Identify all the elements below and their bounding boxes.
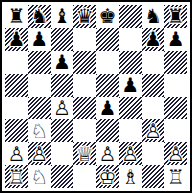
square-d8[interactable]: ♛	[73, 5, 96, 28]
square-b3[interactable]: ♞♘	[28, 119, 51, 142]
piece-black-pawn-h7: ♟	[164, 28, 187, 51]
piece-black-knight-g8: ♞	[142, 5, 165, 28]
piece-black-queen-d8: ♛	[73, 5, 96, 28]
piece-white-pawn-e2: ♙	[96, 142, 119, 165]
square-h5[interactable]	[164, 74, 187, 97]
piece-white-pawn-h2: ♙	[164, 142, 187, 165]
square-b8[interactable]: ♞	[28, 5, 51, 28]
square-f5[interactable]: ♟	[119, 74, 142, 97]
square-b6[interactable]	[28, 51, 51, 74]
square-d3[interactable]	[73, 119, 96, 142]
square-f7[interactable]	[119, 28, 142, 51]
square-d5[interactable]	[73, 74, 96, 97]
piece-black-rook-h8: ♜	[164, 5, 187, 28]
square-c2[interactable]	[51, 142, 74, 165]
square-d4[interactable]	[73, 97, 96, 120]
square-a3[interactable]	[5, 119, 28, 142]
square-h7[interactable]: ♟	[164, 28, 187, 51]
square-e4[interactable]: ♟	[96, 97, 119, 120]
square-c1[interactable]	[51, 165, 74, 188]
piece-white-rook-h1: ♖	[164, 165, 187, 188]
square-e8[interactable]: ♚	[96, 5, 119, 28]
square-d7[interactable]	[73, 28, 96, 51]
piece-black-pawn-f5: ♟	[119, 74, 142, 97]
square-f6[interactable]	[119, 51, 142, 74]
square-f1[interactable]: ♝♗	[119, 165, 142, 188]
square-b2[interactable]: ♟♙	[28, 142, 51, 165]
square-h3[interactable]	[164, 119, 187, 142]
square-e1[interactable]: ♚♔	[96, 165, 119, 188]
square-f3[interactable]	[119, 119, 142, 142]
square-h6[interactable]	[164, 51, 187, 74]
piece-black-pawn-a7: ♟	[5, 28, 28, 51]
piece-black-knight-b8: ♞	[28, 5, 51, 28]
square-d6[interactable]	[73, 51, 96, 74]
square-c5[interactable]	[51, 74, 74, 97]
square-g4[interactable]	[142, 97, 165, 120]
square-e3[interactable]	[96, 119, 119, 142]
piece-white-bishop-f1: ♗	[119, 165, 142, 188]
square-g3[interactable]: ♟♙	[142, 119, 165, 142]
piece-white-knight-b3: ♘	[28, 119, 51, 142]
piece-black-king-e8: ♚	[96, 5, 119, 28]
square-f8[interactable]	[119, 5, 142, 28]
square-h4[interactable]	[164, 97, 187, 120]
square-e5[interactable]	[96, 74, 119, 97]
square-b5[interactable]	[28, 74, 51, 97]
square-d1[interactable]	[73, 165, 96, 188]
square-b1[interactable]: ♞♘	[28, 165, 51, 188]
square-g2[interactable]	[142, 142, 165, 165]
piece-white-king-e1: ♔	[96, 165, 119, 188]
square-c7[interactable]	[51, 28, 74, 51]
square-a4[interactable]	[5, 97, 28, 120]
piece-black-bishop-c8: ♝	[51, 5, 74, 28]
square-a7[interactable]: ♟	[5, 28, 28, 51]
piece-white-pawn-a2: ♙	[5, 142, 28, 165]
chess-diagram: ♜♞♝♛♚♞♜♟♟♟♟♟♟♟♙♟♞♘♟♙♟♙♟♙♛♕♟♙♟♙♟♙♜♖♞♘♚♔♝♗…	[0, 0, 192, 193]
square-h2[interactable]: ♟♙	[164, 142, 187, 165]
square-b7[interactable]: ♟	[28, 28, 51, 51]
square-h8[interactable]: ♜	[164, 5, 187, 28]
square-f2[interactable]: ♟♙	[119, 142, 142, 165]
board-frame: ♜♞♝♛♚♞♜♟♟♟♟♟♟♟♙♟♞♘♟♙♟♙♟♙♛♕♟♙♟♙♟♙♜♖♞♘♚♔♝♗…	[0, 0, 192, 193]
square-h1[interactable]: ♜♖	[164, 165, 187, 188]
square-g7[interactable]: ♟	[142, 28, 165, 51]
square-e2[interactable]: ♟♙	[96, 142, 119, 165]
square-c4[interactable]: ♟♙	[51, 97, 74, 120]
square-g1[interactable]	[142, 165, 165, 188]
square-e6[interactable]	[96, 51, 119, 74]
piece-white-pawn-g3: ♙	[142, 119, 165, 142]
chess-board: ♜♞♝♛♚♞♜♟♟♟♟♟♟♟♙♟♞♘♟♙♟♙♟♙♛♕♟♙♟♙♟♙♜♖♞♘♚♔♝♗…	[5, 5, 187, 188]
piece-black-pawn-e4: ♟	[96, 97, 119, 120]
piece-white-knight-b1: ♘	[28, 165, 51, 188]
piece-white-rook-a1: ♖	[5, 165, 28, 188]
square-b4[interactable]	[28, 97, 51, 120]
square-a2[interactable]: ♟♙	[5, 142, 28, 165]
square-d2[interactable]: ♛♕	[73, 142, 96, 165]
piece-white-pawn-b2: ♙	[28, 142, 51, 165]
piece-white-queen-d2: ♕	[73, 142, 96, 165]
piece-black-pawn-g7: ♟	[142, 28, 165, 51]
piece-white-pawn-f2: ♙	[119, 142, 142, 165]
piece-white-pawn-c4: ♙	[51, 97, 74, 120]
square-c3[interactable]	[51, 119, 74, 142]
square-c8[interactable]: ♝	[51, 5, 74, 28]
square-a6[interactable]	[5, 51, 28, 74]
piece-black-rook-a8: ♜	[5, 5, 28, 28]
square-e7[interactable]	[96, 28, 119, 51]
square-g6[interactable]	[142, 51, 165, 74]
square-g8[interactable]: ♞	[142, 5, 165, 28]
piece-black-pawn-c6: ♟	[51, 51, 74, 74]
square-g5[interactable]	[142, 74, 165, 97]
square-a8[interactable]: ♜	[5, 5, 28, 28]
piece-black-pawn-b7: ♟	[28, 28, 51, 51]
square-a5[interactable]	[5, 74, 28, 97]
square-c6[interactable]: ♟	[51, 51, 74, 74]
square-a1[interactable]: ♜♖	[5, 165, 28, 188]
square-f4[interactable]	[119, 97, 142, 120]
